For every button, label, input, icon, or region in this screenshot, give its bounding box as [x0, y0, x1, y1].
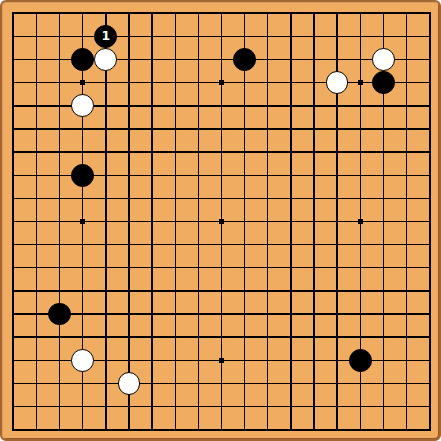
grid-line-vertical	[429, 12, 431, 430]
grid-line-horizontal	[12, 406, 430, 407]
black-stone[interactable]	[349, 349, 372, 372]
move-number-label: 1	[102, 30, 111, 43]
grid-line-horizontal	[12, 313, 430, 314]
star-point	[358, 80, 363, 85]
black-stone[interactable]	[48, 303, 71, 326]
grid-line-horizontal	[12, 290, 430, 291]
grid-line-horizontal	[12, 336, 430, 337]
black-stone[interactable]: 1	[94, 25, 117, 48]
grid-line-vertical	[406, 12, 407, 430]
black-stone[interactable]	[372, 71, 395, 94]
black-stone[interactable]	[71, 164, 94, 187]
star-point	[80, 219, 85, 224]
star-point	[219, 358, 224, 363]
grid-line-vertical	[244, 12, 245, 430]
white-stone[interactable]	[118, 372, 141, 395]
white-stone[interactable]	[94, 48, 117, 71]
star-point	[358, 219, 363, 224]
black-stone[interactable]	[233, 48, 256, 71]
white-stone[interactable]	[71, 349, 94, 372]
grid-line-vertical	[267, 12, 268, 430]
grid-line-horizontal	[12, 383, 430, 384]
star-point	[80, 80, 85, 85]
grid-line-horizontal	[12, 267, 430, 268]
white-stone[interactable]	[372, 48, 395, 71]
go-board[interactable]: 1	[2, 2, 439, 439]
grid-line-horizontal	[12, 244, 430, 245]
go-board-frame: 1	[0, 0, 441, 441]
white-stone[interactable]	[71, 94, 94, 117]
white-stone[interactable]	[326, 71, 349, 94]
grid-line-vertical	[313, 12, 314, 430]
star-point	[219, 80, 224, 85]
star-point	[219, 219, 224, 224]
grid-line-horizontal	[12, 429, 430, 431]
black-stone[interactable]	[71, 48, 94, 71]
grid-line-vertical	[290, 12, 291, 430]
